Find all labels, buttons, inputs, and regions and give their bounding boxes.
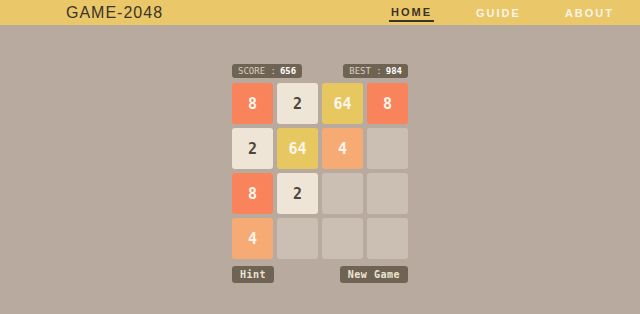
nav-item-about[interactable]: ABOUT (563, 4, 616, 21)
tile-4: 4 (232, 218, 273, 259)
score-label: SCORE : (238, 66, 276, 76)
app-title: GAME-2048 (66, 4, 163, 22)
empty-cell (367, 218, 408, 259)
score-row: SCORE : 656 BEST : 984 (232, 64, 408, 78)
nav-item-guide[interactable]: GUIDE (474, 4, 523, 21)
tile-2: 2 (277, 173, 318, 214)
score-value: 656 (280, 66, 296, 76)
tile-2: 2 (232, 128, 273, 169)
nav-item-home[interactable]: HOME (389, 3, 434, 22)
playfield: SCORE : 656 BEST : 984 826482644824 Hint… (232, 64, 408, 283)
tile-64: 64 (322, 83, 363, 124)
empty-cell (367, 173, 408, 214)
new-game-button[interactable]: New Game (340, 266, 408, 283)
tile-4: 4 (322, 128, 363, 169)
tile-8: 8 (367, 83, 408, 124)
tile-8: 8 (232, 173, 273, 214)
tile-64: 64 (277, 128, 318, 169)
score-badge: SCORE : 656 (232, 64, 302, 78)
best-value: 984 (386, 66, 402, 76)
empty-cell (322, 218, 363, 259)
best-badge: BEST : 984 (343, 64, 408, 78)
empty-cell (322, 173, 363, 214)
best-label: BEST : (349, 66, 382, 76)
app-header: GAME-2048 HOME GUIDE ABOUT (0, 0, 640, 25)
empty-cell (367, 128, 408, 169)
hint-button[interactable]: Hint (232, 266, 274, 283)
button-row: Hint New Game (232, 266, 408, 283)
game-board[interactable]: 826482644824 (232, 83, 408, 259)
main-nav: HOME GUIDE ABOUT (389, 3, 616, 22)
empty-cell (277, 218, 318, 259)
tile-2: 2 (277, 83, 318, 124)
tile-8: 8 (232, 83, 273, 124)
